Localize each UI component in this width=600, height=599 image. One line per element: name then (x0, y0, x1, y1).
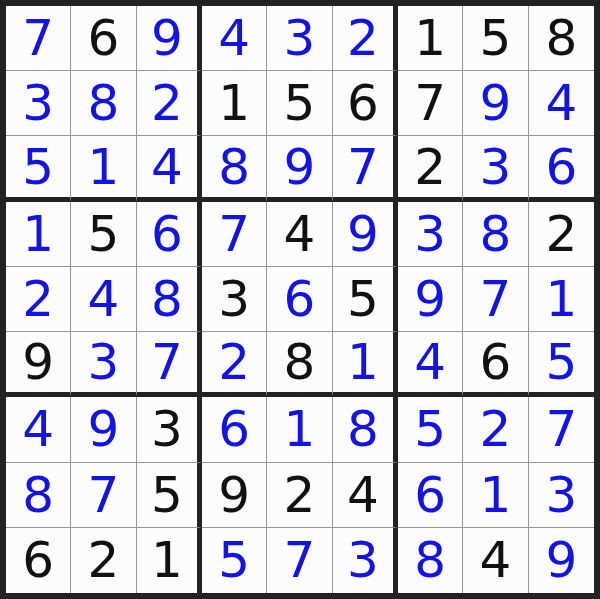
sudoku-cell[interactable]: 7 (398, 71, 463, 136)
sudoku-cell[interactable]: 4 (398, 332, 463, 397)
sudoku-cell[interactable]: 4 (6, 397, 71, 462)
sudoku-cell[interactable]: 8 (333, 397, 398, 462)
sudoku-cell[interactable]: 2 (398, 136, 463, 201)
sudoku-cell[interactable]: 4 (267, 202, 332, 267)
sudoku-cell[interactable]: 5 (202, 528, 267, 593)
sudoku-cell[interactable]: 6 (398, 463, 463, 528)
sudoku-cell[interactable]: 2 (202, 332, 267, 397)
sudoku-cell[interactable]: 3 (333, 528, 398, 593)
sudoku-cell[interactable]: 9 (202, 463, 267, 528)
sudoku-cell[interactable]: 4 (529, 71, 594, 136)
sudoku-cell[interactable]: 1 (333, 332, 398, 397)
sudoku-cell[interactable]: 5 (137, 463, 202, 528)
sudoku-cell[interactable]: 6 (267, 267, 332, 332)
sudoku-cell[interactable]: 7 (333, 136, 398, 201)
sudoku-cell[interactable]: 9 (267, 136, 332, 201)
sudoku-cell[interactable]: 1 (398, 6, 463, 71)
sudoku-cell[interactable]: 1 (529, 267, 594, 332)
sudoku-cell[interactable]: 5 (71, 202, 136, 267)
sudoku-cell[interactable]: 8 (137, 267, 202, 332)
sudoku-cell[interactable]: 1 (6, 202, 71, 267)
sudoku-cell[interactable]: 6 (71, 6, 136, 71)
sudoku-cell[interactable]: 7 (267, 528, 332, 593)
sudoku-cell[interactable]: 3 (137, 397, 202, 462)
sudoku-cell[interactable]: 7 (529, 397, 594, 462)
sudoku-cell[interactable]: 9 (463, 71, 528, 136)
sudoku-cell[interactable]: 2 (267, 463, 332, 528)
sudoku-cell[interactable]: 5 (529, 332, 594, 397)
sudoku-cell[interactable]: 6 (6, 528, 71, 593)
sudoku-cell[interactable]: 4 (463, 528, 528, 593)
sudoku-cell[interactable]: 8 (71, 71, 136, 136)
sudoku-cell[interactable]: 9 (137, 6, 202, 71)
sudoku-cell[interactable]: 2 (6, 267, 71, 332)
sudoku-cell[interactable]: 8 (398, 528, 463, 593)
sudoku-cell[interactable]: 9 (6, 332, 71, 397)
sudoku-cell[interactable]: 1 (71, 136, 136, 201)
sudoku-cell[interactable]: 9 (529, 528, 594, 593)
sudoku-cell[interactable]: 5 (267, 71, 332, 136)
sudoku-cell[interactable]: 7 (202, 202, 267, 267)
sudoku-cell[interactable]: 7 (137, 332, 202, 397)
sudoku-cell[interactable]: 1 (202, 71, 267, 136)
sudoku-cell[interactable]: 2 (529, 202, 594, 267)
sudoku-cell[interactable]: 3 (529, 463, 594, 528)
sudoku-cell[interactable]: 7 (463, 267, 528, 332)
sudoku-cell[interactable]: 3 (202, 267, 267, 332)
sudoku-cell[interactable]: 8 (529, 6, 594, 71)
sudoku-cell[interactable]: 5 (6, 136, 71, 201)
sudoku-cell[interactable]: 4 (71, 267, 136, 332)
sudoku-cell[interactable]: 7 (71, 463, 136, 528)
sudoku-cell[interactable]: 6 (529, 136, 594, 201)
sudoku-cell[interactable]: 1 (463, 463, 528, 528)
sudoku-board: 7694321583821567945148972361567493822483… (0, 0, 600, 599)
sudoku-cell[interactable]: 9 (333, 202, 398, 267)
sudoku-cell[interactable]: 1 (267, 397, 332, 462)
sudoku-cell[interactable]: 6 (202, 397, 267, 462)
sudoku-cell[interactable]: 8 (267, 332, 332, 397)
sudoku-cell[interactable]: 8 (202, 136, 267, 201)
sudoku-cell[interactable]: 9 (71, 397, 136, 462)
sudoku-cell[interactable]: 5 (463, 6, 528, 71)
sudoku-cell[interactable]: 1 (137, 528, 202, 593)
sudoku-cell[interactable]: 5 (333, 267, 398, 332)
sudoku-cell[interactable]: 9 (398, 267, 463, 332)
sudoku-cell[interactable]: 3 (398, 202, 463, 267)
sudoku-cell[interactable]: 3 (71, 332, 136, 397)
sudoku-cell[interactable]: 2 (71, 528, 136, 593)
sudoku-cell[interactable]: 4 (137, 136, 202, 201)
sudoku-cell[interactable]: 6 (463, 332, 528, 397)
sudoku-cell[interactable]: 7 (6, 6, 71, 71)
sudoku-cell[interactable]: 5 (398, 397, 463, 462)
sudoku-cell[interactable]: 3 (463, 136, 528, 201)
sudoku-cell[interactable]: 8 (6, 463, 71, 528)
sudoku-cell[interactable]: 3 (6, 71, 71, 136)
sudoku-cell[interactable]: 2 (333, 6, 398, 71)
sudoku-cell[interactable]: 4 (202, 6, 267, 71)
sudoku-cell[interactable]: 6 (137, 202, 202, 267)
sudoku-cell[interactable]: 3 (267, 6, 332, 71)
sudoku-cell[interactable]: 6 (333, 71, 398, 136)
sudoku-cell[interactable]: 2 (137, 71, 202, 136)
sudoku-cell[interactable]: 2 (463, 397, 528, 462)
sudoku-cell[interactable]: 4 (333, 463, 398, 528)
sudoku-cell[interactable]: 8 (463, 202, 528, 267)
